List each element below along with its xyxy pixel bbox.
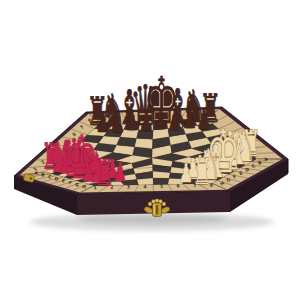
piece-white-r: ♜ xyxy=(192,151,212,193)
product-photo: 12345678ABCDEFGHHGFEDCBA12345678♞♜♚♝♝♛♜♞… xyxy=(0,0,300,300)
piece-dark-p: ♟ xyxy=(153,103,169,135)
piece-dark-p: ♟ xyxy=(110,106,126,138)
piece-white-p: ♟ xyxy=(179,158,193,188)
piece-dark-p: ♟ xyxy=(124,104,140,136)
three-player-chess-board: 12345678ABCDEFGHHGFEDCBA12345678♞♜♚♝♝♛♜♞… xyxy=(0,0,300,300)
piece-dark-p: ♟ xyxy=(139,105,155,137)
board-cell xyxy=(134,138,152,149)
piece-red-p: ♟ xyxy=(113,157,127,187)
piece-dark-p: ♟ xyxy=(182,102,198,134)
piece-red-r: ♜ xyxy=(94,152,114,194)
rim-coordinate-label: 4 xyxy=(143,184,146,189)
piece-dark-p: ♟ xyxy=(167,103,183,135)
rim-coordinate-label: 5 xyxy=(160,184,163,189)
drop-shadow xyxy=(77,214,227,224)
